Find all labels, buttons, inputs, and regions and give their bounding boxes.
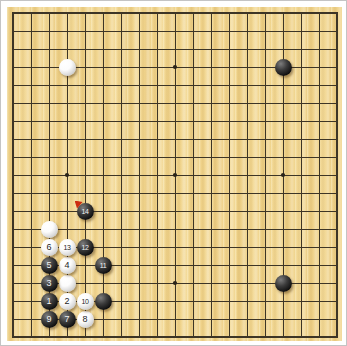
move-number: 4 (64, 261, 69, 270)
stone-black-Q16[interactable] (275, 59, 292, 76)
stone-white-D4[interactable] (59, 275, 76, 292)
stone-white-C7[interactable] (41, 221, 58, 238)
stone-black-1[interactable]: 1 (41, 293, 58, 310)
move-number: 7 (64, 315, 69, 324)
move-number: 13 (64, 244, 71, 251)
go-board[interactable]: 1234567891011121314 (7, 7, 342, 341)
stone-black-12[interactable]: 12 (77, 239, 94, 256)
stone-black-14[interactable]: 14 (77, 203, 94, 220)
stone-black-F3[interactable] (95, 293, 112, 310)
go-diagram: 1234567891011121314 (0, 0, 347, 346)
move-number: 10 (82, 298, 89, 305)
stone-black-Q4[interactable] (275, 275, 292, 292)
stone-white-4[interactable]: 4 (59, 257, 76, 274)
board-grid: 1234567891011121314 (4, 4, 346, 346)
move-number: 14 (82, 208, 89, 215)
move-number: 9 (46, 315, 51, 324)
stone-black-11[interactable]: 11 (95, 257, 112, 274)
move-number: 11 (100, 262, 106, 269)
stone-white-6[interactable]: 6 (41, 239, 58, 256)
stone-white-D16[interactable] (59, 59, 76, 76)
move-number: 8 (82, 315, 87, 324)
move-number: 6 (46, 243, 51, 252)
stone-black-3[interactable]: 3 (41, 275, 58, 292)
move-number: 5 (46, 261, 51, 270)
stone-white-13[interactable]: 13 (59, 239, 76, 256)
stone-black-7[interactable]: 7 (59, 311, 76, 328)
move-number: 2 (64, 297, 69, 306)
stone-black-9[interactable]: 9 (41, 311, 58, 328)
stone-black-5[interactable]: 5 (41, 257, 58, 274)
move-number: 1 (46, 297, 51, 306)
move-number: 12 (82, 244, 89, 251)
move-number: 3 (46, 279, 51, 288)
stone-white-8[interactable]: 8 (77, 311, 94, 328)
stone-white-2[interactable]: 2 (59, 293, 76, 310)
stone-white-10[interactable]: 10 (77, 293, 94, 310)
